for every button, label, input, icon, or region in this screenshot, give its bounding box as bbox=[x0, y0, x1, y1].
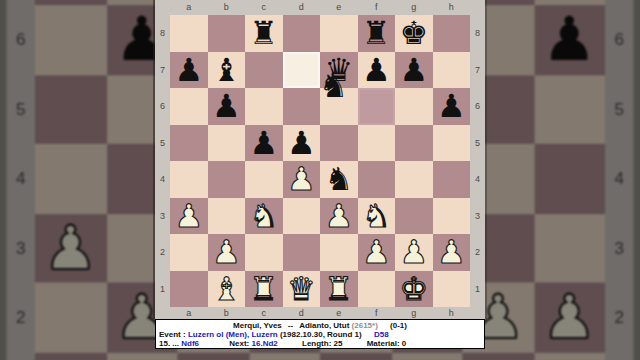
square-e3[interactable]: ♟ bbox=[320, 198, 358, 235]
black-pawn-piece: ♟ bbox=[170, 52, 208, 89]
black-pawn-piece: ♟ bbox=[358, 52, 396, 89]
square-b1[interactable]: ♝ bbox=[208, 271, 246, 308]
square-g2[interactable]: ♟ bbox=[395, 234, 433, 271]
rank-label-right-8: 8 bbox=[470, 15, 485, 52]
material-label: Material: bbox=[367, 339, 400, 348]
square-e8[interactable] bbox=[320, 15, 358, 52]
file-label-f: f bbox=[358, 0, 396, 15]
file-label-h: h bbox=[433, 307, 471, 319]
moves-line: 15. ... Ndf6 Next: 16.Nd2 Length: 25 Mat… bbox=[159, 339, 481, 348]
rank-label-right-3: 3 bbox=[605, 213, 634, 282]
square-a7[interactable]: ♟ bbox=[170, 52, 208, 89]
game-result: (0-1) bbox=[390, 321, 407, 330]
length-label: Length: bbox=[302, 339, 331, 348]
players-line: Merqui, Yves--Adianto, Utut (2615*) (0-1… bbox=[159, 321, 481, 330]
rank-label-left-6: 6 bbox=[155, 88, 170, 125]
length-value: 25 bbox=[334, 339, 343, 348]
square-f2[interactable]: ♟ bbox=[358, 234, 396, 271]
black-pawn-piece: ♟ bbox=[208, 88, 246, 125]
rank-label-right-6: 6 bbox=[470, 88, 485, 125]
square-e1[interactable]: ♜ bbox=[320, 271, 358, 308]
rank-label-right-4: 4 bbox=[470, 161, 485, 198]
white-pawn-piece: ♟ bbox=[320, 198, 358, 235]
move-number: 15. bbox=[159, 339, 170, 348]
square-b1[interactable]: ♝ bbox=[106, 352, 177, 360]
white-knight-piece: ♞ bbox=[358, 198, 396, 235]
square-d2[interactable] bbox=[283, 234, 321, 271]
rank-label-left-3: 3 bbox=[7, 213, 36, 282]
rank-label-right-5: 5 bbox=[605, 75, 634, 144]
rank-row-4: 4♟♞4 bbox=[155, 161, 485, 198]
black-pawn-piece: ♟ bbox=[245, 125, 283, 162]
square-f7[interactable]: ♟ bbox=[358, 52, 396, 89]
white-king-piece: ♚ bbox=[463, 352, 534, 360]
black-rating: (2615*) bbox=[352, 321, 378, 330]
file-label-h: h bbox=[433, 0, 471, 15]
white-pawn-piece: ♟ bbox=[433, 234, 471, 271]
square-a5[interactable] bbox=[35, 75, 106, 144]
rank-row-5: 5♟♟5 bbox=[155, 125, 485, 162]
square-b5[interactable] bbox=[208, 125, 246, 162]
board-corner bbox=[155, 0, 170, 15]
square-f1[interactable] bbox=[391, 352, 462, 360]
event-detail: (1982.10.30, Round 1) bbox=[280, 330, 362, 339]
white-pawn-piece: ♟ bbox=[395, 234, 433, 271]
square-g6[interactable] bbox=[395, 88, 433, 125]
white-knight-piece: ♞ bbox=[245, 198, 283, 235]
black-rook-piece: ♜ bbox=[358, 15, 396, 52]
rank-label-left-6: 6 bbox=[7, 5, 36, 74]
square-a3[interactable]: ♟ bbox=[35, 213, 106, 282]
rank-label-right-1: 1 bbox=[470, 271, 485, 308]
square-g3[interactable] bbox=[395, 198, 433, 235]
file-label-e: e bbox=[320, 0, 358, 15]
square-h5[interactable] bbox=[433, 125, 471, 162]
file-label-e: e bbox=[320, 307, 358, 319]
file-label-g: g bbox=[395, 307, 433, 319]
square-a4[interactable] bbox=[170, 161, 208, 198]
square-h3[interactable] bbox=[433, 198, 471, 235]
square-a2[interactable] bbox=[170, 234, 208, 271]
rank-row-2: 2♟♟♟♟2 bbox=[155, 234, 485, 271]
rank-label-left-4: 4 bbox=[7, 144, 36, 213]
file-label-b: b bbox=[208, 0, 246, 15]
rank-label-left-2: 2 bbox=[7, 283, 36, 352]
square-b4[interactable] bbox=[208, 161, 246, 198]
square-f8[interactable]: ♜ bbox=[358, 15, 396, 52]
square-b8[interactable] bbox=[208, 15, 246, 52]
square-b7[interactable]: ♝ bbox=[208, 52, 246, 89]
square-a1[interactable] bbox=[170, 271, 208, 308]
file-label-a: a bbox=[170, 0, 208, 15]
file-label-d: d bbox=[283, 0, 321, 15]
move-dots: ... bbox=[172, 339, 179, 348]
square-h7[interactable] bbox=[433, 52, 471, 89]
rank-label-right-4: 4 bbox=[605, 144, 634, 213]
eco-code-link[interactable]: D58 bbox=[374, 330, 389, 339]
event-link[interactable]: Luzern ol (Men), Luzern bbox=[188, 330, 278, 339]
rank-label-left-1: 1 bbox=[155, 271, 170, 308]
black-player-name: Adianto, Utut bbox=[299, 321, 349, 330]
square-a2[interactable] bbox=[35, 283, 106, 352]
square-h1[interactable] bbox=[433, 271, 471, 308]
square-f3[interactable]: ♞ bbox=[358, 198, 396, 235]
rank-label-right-7: 7 bbox=[470, 52, 485, 89]
square-h5[interactable] bbox=[534, 75, 605, 144]
event-line: Event : Luzern ol (Men), Luzern (1982.10… bbox=[159, 330, 481, 339]
square-e4[interactable]: ♞ bbox=[320, 161, 358, 198]
square-c2[interactable] bbox=[245, 234, 283, 271]
white-queen-piece: ♛ bbox=[249, 352, 320, 360]
vs-separator: -- bbox=[288, 321, 293, 330]
rank-label-right-6: 6 bbox=[605, 5, 634, 74]
white-player-name: Merqui, Yves bbox=[233, 321, 282, 330]
black-knight-piece: ♞ bbox=[320, 161, 358, 198]
white-rook-piece: ♜ bbox=[320, 271, 358, 308]
square-d4[interactable]: ♟ bbox=[283, 161, 321, 198]
current-move-link[interactable]: Ndf6 bbox=[181, 339, 199, 348]
square-a5[interactable] bbox=[170, 125, 208, 162]
board-corner bbox=[155, 307, 170, 319]
square-c1[interactable]: ♜ bbox=[245, 271, 283, 308]
square-a1[interactable] bbox=[35, 352, 106, 360]
square-f5[interactable] bbox=[358, 125, 396, 162]
white-rook-piece: ♜ bbox=[245, 271, 283, 308]
square-a6[interactable] bbox=[170, 88, 208, 125]
info-bar: Merqui, Yves--Adianto, Utut (2615*) (0-1… bbox=[155, 319, 485, 349]
square-g8[interactable]: ♚ bbox=[395, 15, 433, 52]
material-value: 0 bbox=[402, 339, 406, 348]
rank-label-left-7: 7 bbox=[155, 52, 170, 89]
black-pawn-piece: ♟ bbox=[283, 125, 321, 162]
square-d8[interactable] bbox=[283, 15, 321, 52]
square-g5[interactable] bbox=[395, 125, 433, 162]
square-a6[interactable] bbox=[35, 5, 106, 74]
animating-knight-piece: ♞ bbox=[315, 67, 353, 104]
white-rook-piece: ♜ bbox=[320, 352, 391, 360]
square-g7[interactable]: ♟ bbox=[395, 52, 433, 89]
square-a4[interactable] bbox=[35, 144, 106, 213]
square-g1[interactable]: ♚ bbox=[395, 271, 433, 308]
square-d1[interactable]: ♛ bbox=[283, 271, 321, 308]
file-label-c: c bbox=[245, 0, 283, 15]
stage: abcdefgh8♜♜♚87♟♝♛♟♟76♟♟65♟♟54♟♞43♟♞♟♞32♟… bbox=[0, 0, 640, 360]
white-pawn-piece: ♟ bbox=[35, 213, 106, 282]
rank-label-left-5: 5 bbox=[7, 75, 36, 144]
square-f6[interactable] bbox=[358, 88, 396, 125]
square-e5[interactable] bbox=[320, 125, 358, 162]
square-b2[interactable]: ♟ bbox=[208, 234, 246, 271]
square-b6[interactable]: ♟ bbox=[208, 88, 246, 125]
square-c6[interactable] bbox=[245, 88, 283, 125]
file-label-c: c bbox=[245, 307, 283, 319]
file-label-b: b bbox=[208, 307, 246, 319]
square-c1[interactable]: ♜ bbox=[178, 352, 249, 360]
event-label: Event : bbox=[159, 330, 186, 339]
white-rook-piece: ♜ bbox=[178, 352, 249, 360]
square-c8[interactable]: ♜ bbox=[245, 15, 283, 52]
main-board: abcdefgh8♜♜♚87♟♝♛♟♟76♟♟65♟♟54♟♞43♟♞♟♞32♟… bbox=[155, 0, 485, 319]
rank-label-left-3: 3 bbox=[155, 198, 170, 235]
square-d3[interactable] bbox=[283, 198, 321, 235]
black-king-piece: ♚ bbox=[395, 15, 433, 52]
rank-label-right-5: 5 bbox=[470, 125, 485, 162]
white-pawn-piece: ♟ bbox=[358, 234, 396, 271]
square-g1[interactable]: ♚ bbox=[463, 352, 534, 360]
rank-label-left-2: 2 bbox=[155, 234, 170, 271]
square-g4[interactable] bbox=[395, 161, 433, 198]
rank-label-left-8: 8 bbox=[155, 15, 170, 52]
black-bishop-piece: ♝ bbox=[208, 52, 246, 89]
next-move-link[interactable]: 16.Nd2 bbox=[252, 339, 278, 348]
square-a8[interactable] bbox=[170, 15, 208, 52]
square-h4[interactable] bbox=[433, 161, 471, 198]
white-pawn-piece: ♟ bbox=[534, 283, 605, 352]
rank-row-8: 8♜♜♚8 bbox=[155, 15, 485, 52]
square-e1[interactable]: ♜ bbox=[320, 352, 391, 360]
square-b3[interactable] bbox=[208, 198, 246, 235]
file-label-d: d bbox=[283, 307, 321, 319]
rank-label-right-3: 3 bbox=[470, 198, 485, 235]
black-pawn-piece: ♟ bbox=[534, 5, 605, 74]
square-d1[interactable]: ♛ bbox=[249, 352, 320, 360]
rank-row-3: 3♟♞♟♞3 bbox=[155, 198, 485, 235]
file-labels-bottom: abcdefgh bbox=[155, 307, 485, 319]
square-f1[interactable] bbox=[358, 271, 396, 308]
square-c7[interactable] bbox=[245, 52, 283, 89]
square-h2[interactable]: ♟ bbox=[433, 234, 471, 271]
rank-label-right-2: 2 bbox=[470, 234, 485, 271]
black-pawn-piece: ♟ bbox=[395, 52, 433, 89]
rank-label-left-4: 4 bbox=[155, 161, 170, 198]
square-h4[interactable] bbox=[534, 144, 605, 213]
rank-label-left-5: 5 bbox=[155, 125, 170, 162]
square-a3[interactable]: ♟ bbox=[170, 198, 208, 235]
rank-label-right-2: 2 bbox=[605, 283, 634, 352]
board-corner bbox=[470, 0, 485, 15]
file-label-f: f bbox=[358, 307, 396, 319]
next-label: Next: bbox=[229, 339, 249, 348]
rank-row-1: 1♝♜♛♜♚1 bbox=[7, 352, 634, 360]
rank-row-1: 1♝♜♛♜♚1 bbox=[155, 271, 485, 308]
black-pawn-piece: ♟ bbox=[433, 88, 471, 125]
white-bishop-piece: ♝ bbox=[208, 271, 246, 308]
board-corner bbox=[470, 307, 485, 319]
square-c4[interactable] bbox=[245, 161, 283, 198]
file-label-a: a bbox=[170, 307, 208, 319]
square-d5[interactable]: ♟ bbox=[283, 125, 321, 162]
square-h8[interactable] bbox=[433, 15, 471, 52]
white-pawn-piece: ♟ bbox=[283, 161, 321, 198]
square-h2[interactable]: ♟ bbox=[534, 283, 605, 352]
square-h6[interactable]: ♟ bbox=[433, 88, 471, 125]
rank-label-right-1: 1 bbox=[605, 352, 634, 360]
square-c5[interactable]: ♟ bbox=[245, 125, 283, 162]
white-pawn-piece: ♟ bbox=[208, 234, 246, 271]
white-king-piece: ♚ bbox=[395, 271, 433, 308]
square-e2[interactable] bbox=[320, 234, 358, 271]
white-bishop-piece: ♝ bbox=[106, 352, 177, 360]
black-rook-piece: ♜ bbox=[245, 15, 283, 52]
white-pawn-piece: ♟ bbox=[170, 198, 208, 235]
square-h6[interactable]: ♟ bbox=[534, 5, 605, 74]
white-queen-piece: ♛ bbox=[283, 271, 321, 308]
file-label-g: g bbox=[395, 0, 433, 15]
square-h1[interactable] bbox=[534, 352, 605, 360]
square-c3[interactable]: ♞ bbox=[245, 198, 283, 235]
square-h3[interactable] bbox=[534, 213, 605, 282]
file-labels-top: abcdefgh bbox=[155, 0, 485, 15]
rank-label-left-1: 1 bbox=[7, 352, 36, 360]
square-f4[interactable] bbox=[358, 161, 396, 198]
